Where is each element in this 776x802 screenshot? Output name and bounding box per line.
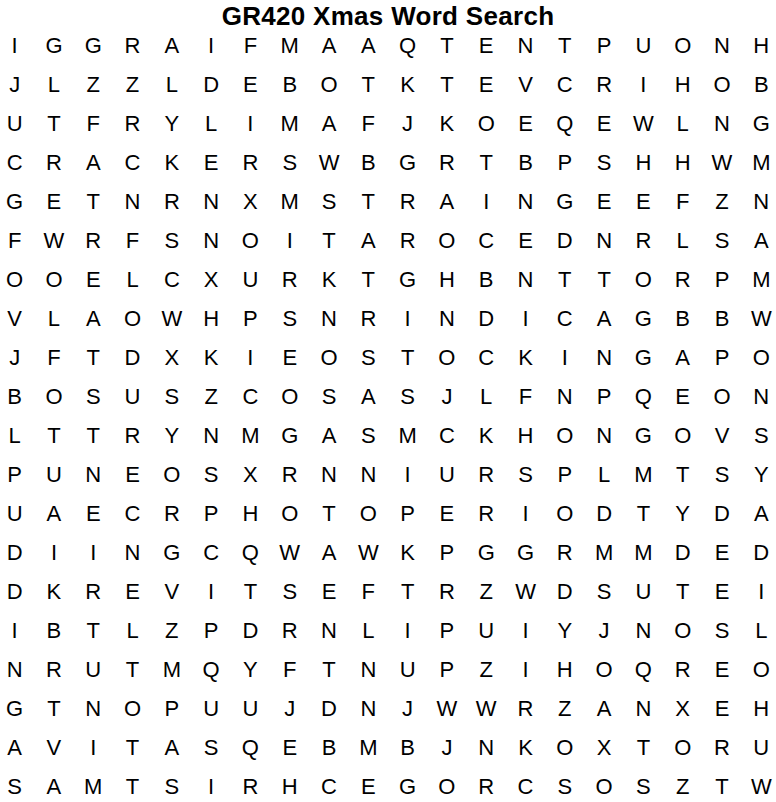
grid-cell[interactable]: O bbox=[270, 494, 309, 533]
grid-cell[interactable]: V bbox=[702, 416, 741, 455]
grid-cell[interactable]: P bbox=[584, 377, 623, 416]
grid-cell[interactable]: N bbox=[742, 377, 776, 416]
grid-cell[interactable]: E bbox=[270, 728, 309, 767]
grid-cell[interactable]: S bbox=[270, 572, 309, 611]
grid-cell[interactable]: A bbox=[742, 221, 776, 260]
grid-cell[interactable]: Y bbox=[152, 104, 191, 143]
grid-cell[interactable]: S bbox=[702, 455, 741, 494]
grid-cell[interactable]: A bbox=[74, 143, 113, 182]
grid-cell[interactable]: E bbox=[427, 494, 466, 533]
grid-cell[interactable]: N bbox=[191, 416, 230, 455]
grid-cell[interactable]: N bbox=[506, 260, 545, 299]
grid-cell[interactable]: K bbox=[309, 260, 348, 299]
grid-cell[interactable]: S bbox=[624, 767, 663, 802]
grid-cell[interactable]: A bbox=[349, 221, 388, 260]
grid-cell[interactable]: N bbox=[742, 182, 776, 221]
grid-cell[interactable]: U bbox=[231, 260, 270, 299]
grid-cell[interactable]: J bbox=[388, 104, 427, 143]
grid-cell[interactable]: A bbox=[584, 689, 623, 728]
grid-cell[interactable]: G bbox=[0, 689, 34, 728]
grid-cell[interactable]: I bbox=[0, 611, 34, 650]
grid-cell[interactable]: V bbox=[152, 572, 191, 611]
grid-cell[interactable]: S bbox=[152, 221, 191, 260]
grid-cell[interactable]: G bbox=[270, 416, 309, 455]
grid-cell[interactable]: J bbox=[427, 377, 466, 416]
grid-cell[interactable]: A bbox=[663, 338, 702, 377]
grid-cell[interactable]: C bbox=[231, 377, 270, 416]
grid-cell[interactable]: N bbox=[506, 26, 545, 65]
grid-cell[interactable]: P bbox=[152, 689, 191, 728]
grid-cell[interactable]: M bbox=[742, 260, 776, 299]
grid-cell[interactable]: R bbox=[663, 260, 702, 299]
grid-cell[interactable]: O bbox=[742, 650, 776, 689]
grid-cell[interactable]: I bbox=[506, 299, 545, 338]
grid-cell[interactable]: L bbox=[742, 611, 776, 650]
grid-cell[interactable]: R bbox=[663, 650, 702, 689]
grid-cell[interactable]: Q bbox=[624, 377, 663, 416]
grid-cell[interactable]: O bbox=[467, 104, 506, 143]
grid-cell[interactable]: R bbox=[427, 143, 466, 182]
grid-cell[interactable]: A bbox=[349, 26, 388, 65]
grid-cell[interactable]: U bbox=[742, 728, 776, 767]
grid-cell[interactable]: N bbox=[74, 689, 113, 728]
grid-cell[interactable]: E bbox=[584, 182, 623, 221]
grid-cell[interactable]: J bbox=[427, 728, 466, 767]
grid-cell[interactable]: R bbox=[427, 572, 466, 611]
grid-cell[interactable]: R bbox=[702, 728, 741, 767]
grid-cell[interactable]: N bbox=[309, 455, 348, 494]
grid-cell[interactable]: X bbox=[663, 689, 702, 728]
grid-cell[interactable]: B bbox=[742, 65, 776, 104]
grid-cell[interactable]: O bbox=[152, 455, 191, 494]
grid-cell[interactable]: D bbox=[0, 533, 34, 572]
grid-cell[interactable]: R bbox=[152, 494, 191, 533]
grid-cell[interactable]: T bbox=[467, 143, 506, 182]
grid-cell[interactable]: G bbox=[388, 260, 427, 299]
grid-cell[interactable]: E bbox=[231, 65, 270, 104]
grid-cell[interactable]: W bbox=[349, 533, 388, 572]
grid-cell[interactable]: J bbox=[270, 689, 309, 728]
grid-cell[interactable]: X bbox=[584, 728, 623, 767]
grid-cell[interactable]: U bbox=[113, 377, 152, 416]
grid-cell[interactable]: C bbox=[113, 494, 152, 533]
grid-cell[interactable]: N bbox=[427, 299, 466, 338]
grid-cell[interactable]: P bbox=[388, 494, 427, 533]
grid-cell[interactable]: T bbox=[663, 455, 702, 494]
grid-cell[interactable]: B bbox=[467, 260, 506, 299]
grid-cell[interactable]: P bbox=[545, 143, 584, 182]
grid-cell[interactable]: G bbox=[152, 533, 191, 572]
grid-cell[interactable]: Z bbox=[467, 650, 506, 689]
grid-cell[interactable]: U bbox=[0, 494, 34, 533]
grid-cell[interactable]: T bbox=[427, 26, 466, 65]
grid-cell[interactable]: W bbox=[742, 767, 776, 802]
grid-cell[interactable]: X bbox=[231, 455, 270, 494]
grid-cell[interactable]: S bbox=[702, 611, 741, 650]
grid-cell[interactable]: N bbox=[0, 650, 34, 689]
grid-cell[interactable]: O bbox=[584, 650, 623, 689]
grid-cell[interactable]: I bbox=[388, 455, 427, 494]
grid-cell[interactable]: O bbox=[663, 728, 702, 767]
grid-cell[interactable]: F bbox=[663, 182, 702, 221]
grid-cell[interactable]: W bbox=[34, 221, 73, 260]
grid-cell[interactable]: H bbox=[231, 494, 270, 533]
grid-cell[interactable]: N bbox=[191, 221, 230, 260]
grid-cell[interactable]: M bbox=[270, 104, 309, 143]
grid-cell[interactable]: G bbox=[624, 338, 663, 377]
grid-cell[interactable]: R bbox=[113, 416, 152, 455]
grid-cell[interactable]: R bbox=[113, 26, 152, 65]
grid-cell[interactable]: X bbox=[231, 182, 270, 221]
grid-cell[interactable]: S bbox=[388, 377, 427, 416]
grid-cell[interactable]: B bbox=[702, 299, 741, 338]
grid-cell[interactable]: T bbox=[349, 65, 388, 104]
grid-cell[interactable]: P bbox=[191, 494, 230, 533]
grid-cell[interactable]: D bbox=[584, 494, 623, 533]
grid-cell[interactable]: I bbox=[467, 182, 506, 221]
grid-cell[interactable]: E bbox=[113, 455, 152, 494]
grid-cell[interactable]: R bbox=[349, 299, 388, 338]
grid-cell[interactable]: P bbox=[584, 26, 623, 65]
grid-cell[interactable]: R bbox=[231, 143, 270, 182]
grid-cell[interactable]: E bbox=[74, 260, 113, 299]
grid-cell[interactable]: Q bbox=[231, 533, 270, 572]
grid-cell[interactable]: E bbox=[702, 572, 741, 611]
grid-cell[interactable]: B bbox=[309, 728, 348, 767]
grid-cell[interactable]: H bbox=[742, 26, 776, 65]
grid-cell[interactable]: S bbox=[702, 221, 741, 260]
grid-cell[interactable]: L bbox=[663, 104, 702, 143]
grid-cell[interactable]: T bbox=[702, 767, 741, 802]
grid-cell[interactable]: T bbox=[34, 689, 73, 728]
grid-cell[interactable]: C bbox=[545, 299, 584, 338]
grid-cell[interactable]: S bbox=[0, 767, 34, 802]
grid-cell[interactable]: A bbox=[0, 728, 34, 767]
grid-cell[interactable]: A bbox=[742, 494, 776, 533]
grid-cell[interactable]: T bbox=[624, 494, 663, 533]
grid-cell[interactable]: O bbox=[427, 221, 466, 260]
grid-cell[interactable]: P bbox=[0, 455, 34, 494]
grid-cell[interactable]: F bbox=[270, 650, 309, 689]
grid-cell[interactable]: Q bbox=[624, 650, 663, 689]
grid-cell[interactable]: T bbox=[74, 416, 113, 455]
grid-cell[interactable]: O bbox=[545, 728, 584, 767]
grid-cell[interactable]: U bbox=[34, 455, 73, 494]
grid-cell[interactable]: D bbox=[191, 65, 230, 104]
grid-cell[interactable]: O bbox=[663, 611, 702, 650]
grid-cell[interactable]: L bbox=[113, 611, 152, 650]
grid-cell[interactable]: F bbox=[506, 377, 545, 416]
grid-cell[interactable]: A bbox=[584, 299, 623, 338]
grid-cell[interactable]: S bbox=[74, 377, 113, 416]
grid-cell[interactable]: P bbox=[702, 260, 741, 299]
grid-cell[interactable]: T bbox=[309, 221, 348, 260]
grid-cell[interactable]: W bbox=[309, 143, 348, 182]
grid-cell[interactable]: S bbox=[309, 377, 348, 416]
grid-cell[interactable]: N bbox=[309, 611, 348, 650]
grid-cell[interactable]: B bbox=[388, 728, 427, 767]
grid-cell[interactable]: I bbox=[388, 299, 427, 338]
grid-cell[interactable]: G bbox=[34, 26, 73, 65]
grid-cell[interactable]: Z bbox=[74, 65, 113, 104]
grid-cell[interactable]: W bbox=[506, 572, 545, 611]
grid-cell[interactable]: I bbox=[191, 26, 230, 65]
grid-cell[interactable]: M bbox=[74, 767, 113, 802]
grid-cell[interactable]: F bbox=[0, 221, 34, 260]
grid-cell[interactable]: M bbox=[152, 650, 191, 689]
grid-cell[interactable]: F bbox=[34, 338, 73, 377]
grid-cell[interactable]: A bbox=[309, 533, 348, 572]
grid-cell[interactable]: C bbox=[309, 767, 348, 802]
grid-cell[interactable]: R bbox=[113, 104, 152, 143]
grid-cell[interactable]: E bbox=[349, 767, 388, 802]
grid-cell[interactable]: T bbox=[309, 494, 348, 533]
grid-cell[interactable]: B bbox=[270, 65, 309, 104]
grid-cell[interactable]: N bbox=[545, 377, 584, 416]
grid-cell[interactable]: J bbox=[0, 338, 34, 377]
grid-cell[interactable]: C bbox=[427, 416, 466, 455]
grid-cell[interactable]: I bbox=[231, 338, 270, 377]
grid-cell[interactable]: O bbox=[545, 416, 584, 455]
grid-cell[interactable]: T bbox=[74, 182, 113, 221]
grid-cell[interactable]: L bbox=[467, 377, 506, 416]
grid-cell[interactable]: S bbox=[349, 416, 388, 455]
grid-cell[interactable]: A bbox=[427, 182, 466, 221]
grid-cell[interactable]: B bbox=[0, 377, 34, 416]
grid-cell[interactable]: T bbox=[388, 572, 427, 611]
grid-cell[interactable]: T bbox=[231, 572, 270, 611]
grid-cell[interactable]: O bbox=[309, 338, 348, 377]
grid-cell[interactable]: D bbox=[545, 221, 584, 260]
grid-cell[interactable]: R bbox=[388, 221, 427, 260]
grid-cell[interactable]: O bbox=[742, 338, 776, 377]
grid-cell[interactable]: L bbox=[34, 299, 73, 338]
grid-cell[interactable]: X bbox=[152, 338, 191, 377]
grid-cell[interactable]: I bbox=[506, 494, 545, 533]
grid-cell[interactable]: M bbox=[624, 533, 663, 572]
grid-cell[interactable]: P bbox=[545, 455, 584, 494]
grid-cell[interactable]: I bbox=[191, 572, 230, 611]
grid-cell[interactable]: N bbox=[584, 338, 623, 377]
grid-cell[interactable]: F bbox=[349, 572, 388, 611]
grid-cell[interactable]: C bbox=[467, 221, 506, 260]
grid-cell[interactable]: Q bbox=[388, 26, 427, 65]
grid-cell[interactable]: Z bbox=[113, 65, 152, 104]
grid-cell[interactable]: H bbox=[270, 767, 309, 802]
grid-cell[interactable]: A bbox=[152, 26, 191, 65]
grid-cell[interactable]: C bbox=[191, 533, 230, 572]
grid-cell[interactable]: S bbox=[506, 455, 545, 494]
grid-cell[interactable]: C bbox=[467, 338, 506, 377]
grid-cell[interactable]: O bbox=[584, 767, 623, 802]
grid-cell[interactable]: E bbox=[584, 104, 623, 143]
grid-cell[interactable]: T bbox=[74, 338, 113, 377]
grid-cell[interactable]: J bbox=[388, 689, 427, 728]
grid-cell[interactable]: X bbox=[191, 260, 230, 299]
grid-cell[interactable]: Y bbox=[742, 455, 776, 494]
grid-cell[interactable]: S bbox=[309, 182, 348, 221]
grid-cell[interactable]: O bbox=[0, 260, 34, 299]
grid-cell[interactable]: S bbox=[191, 455, 230, 494]
grid-cell[interactable]: K bbox=[467, 416, 506, 455]
grid-cell[interactable]: H bbox=[191, 299, 230, 338]
grid-cell[interactable]: W bbox=[742, 299, 776, 338]
grid-cell[interactable]: K bbox=[506, 338, 545, 377]
grid-cell[interactable]: V bbox=[34, 728, 73, 767]
grid-cell[interactable]: E bbox=[506, 221, 545, 260]
grid-cell[interactable]: I bbox=[191, 767, 230, 802]
grid-cell[interactable]: V bbox=[506, 65, 545, 104]
grid-cell[interactable]: I bbox=[506, 611, 545, 650]
grid-cell[interactable]: T bbox=[663, 572, 702, 611]
grid-cell[interactable]: G bbox=[0, 182, 34, 221]
grid-cell[interactable]: P bbox=[427, 533, 466, 572]
grid-cell[interactable]: R bbox=[584, 65, 623, 104]
grid-cell[interactable]: D bbox=[113, 338, 152, 377]
grid-cell[interactable]: C bbox=[152, 260, 191, 299]
grid-cell[interactable]: A bbox=[309, 26, 348, 65]
grid-cell[interactable]: P bbox=[191, 611, 230, 650]
grid-cell[interactable]: Y bbox=[545, 611, 584, 650]
grid-cell[interactable]: K bbox=[34, 572, 73, 611]
grid-cell[interactable]: L bbox=[113, 260, 152, 299]
grid-cell[interactable]: U bbox=[624, 572, 663, 611]
grid-cell[interactable]: F bbox=[74, 104, 113, 143]
grid-cell[interactable]: G bbox=[545, 182, 584, 221]
grid-cell[interactable]: E bbox=[191, 143, 230, 182]
grid-cell[interactable]: T bbox=[545, 26, 584, 65]
grid-cell[interactable]: A bbox=[349, 377, 388, 416]
grid-cell[interactable]: O bbox=[34, 377, 73, 416]
grid-cell[interactable]: U bbox=[0, 104, 34, 143]
grid-cell[interactable]: W bbox=[702, 143, 741, 182]
grid-cell[interactable]: B bbox=[663, 299, 702, 338]
grid-cell[interactable]: B bbox=[506, 143, 545, 182]
grid-cell[interactable]: T bbox=[624, 728, 663, 767]
grid-cell[interactable]: R bbox=[270, 611, 309, 650]
grid-cell[interactable]: D bbox=[309, 689, 348, 728]
grid-cell[interactable]: M bbox=[584, 533, 623, 572]
grid-cell[interactable]: O bbox=[545, 494, 584, 533]
grid-cell[interactable]: G bbox=[624, 416, 663, 455]
grid-cell[interactable]: R bbox=[34, 650, 73, 689]
grid-cell[interactable]: L bbox=[152, 65, 191, 104]
grid-cell[interactable]: G bbox=[74, 26, 113, 65]
grid-cell[interactable]: O bbox=[113, 299, 152, 338]
grid-cell[interactable]: T bbox=[349, 182, 388, 221]
grid-cell[interactable]: E bbox=[663, 377, 702, 416]
grid-cell[interactable]: A bbox=[74, 299, 113, 338]
grid-cell[interactable]: N bbox=[191, 182, 230, 221]
grid-cell[interactable]: Z bbox=[545, 689, 584, 728]
grid-cell[interactable]: T bbox=[34, 104, 73, 143]
grid-cell[interactable]: U bbox=[624, 26, 663, 65]
grid-cell[interactable]: N bbox=[74, 455, 113, 494]
grid-cell[interactable]: T bbox=[309, 650, 348, 689]
grid-cell[interactable]: B bbox=[349, 143, 388, 182]
grid-cell[interactable]: R bbox=[467, 494, 506, 533]
grid-cell[interactable]: S bbox=[349, 338, 388, 377]
grid-cell[interactable]: R bbox=[270, 260, 309, 299]
grid-cell[interactable]: W bbox=[467, 689, 506, 728]
grid-cell[interactable]: F bbox=[231, 26, 270, 65]
grid-cell[interactable]: K bbox=[152, 143, 191, 182]
grid-cell[interactable]: I bbox=[545, 338, 584, 377]
grid-cell[interactable]: T bbox=[388, 338, 427, 377]
grid-cell[interactable]: O bbox=[663, 26, 702, 65]
grid-cell[interactable]: G bbox=[388, 767, 427, 802]
grid-cell[interactable]: W bbox=[427, 689, 466, 728]
grid-cell[interactable]: V bbox=[0, 299, 34, 338]
grid-cell[interactable]: H bbox=[427, 260, 466, 299]
grid-cell[interactable]: I bbox=[231, 104, 270, 143]
grid-cell[interactable]: R bbox=[467, 767, 506, 802]
grid-cell[interactable]: Q bbox=[545, 104, 584, 143]
grid-cell[interactable]: S bbox=[584, 572, 623, 611]
grid-cell[interactable]: N bbox=[309, 299, 348, 338]
grid-cell[interactable]: S bbox=[152, 767, 191, 802]
grid-cell[interactable]: R bbox=[74, 221, 113, 260]
grid-cell[interactable]: U bbox=[427, 455, 466, 494]
grid-cell[interactable]: C bbox=[506, 767, 545, 802]
grid-cell[interactable]: M bbox=[388, 416, 427, 455]
grid-cell[interactable]: I bbox=[506, 650, 545, 689]
grid-cell[interactable]: E bbox=[467, 65, 506, 104]
grid-cell[interactable]: T bbox=[349, 260, 388, 299]
grid-cell[interactable]: G bbox=[506, 533, 545, 572]
grid-cell[interactable]: O bbox=[702, 65, 741, 104]
grid-cell[interactable]: N bbox=[113, 533, 152, 572]
grid-cell[interactable]: T bbox=[34, 416, 73, 455]
grid-cell[interactable]: R bbox=[467, 455, 506, 494]
grid-cell[interactable]: J bbox=[584, 611, 623, 650]
grid-cell[interactable]: D bbox=[545, 572, 584, 611]
grid-cell[interactable]: O bbox=[624, 260, 663, 299]
grid-cell[interactable]: P bbox=[427, 611, 466, 650]
grid-cell[interactable]: E bbox=[113, 572, 152, 611]
grid-cell[interactable]: N bbox=[349, 689, 388, 728]
grid-cell[interactable]: Z bbox=[467, 572, 506, 611]
grid-cell[interactable]: N bbox=[584, 221, 623, 260]
grid-cell[interactable]: T bbox=[545, 260, 584, 299]
grid-cell[interactable]: N bbox=[702, 104, 741, 143]
grid-cell[interactable]: S bbox=[545, 767, 584, 802]
grid-cell[interactable]: T bbox=[584, 260, 623, 299]
grid-cell[interactable]: U bbox=[467, 611, 506, 650]
grid-cell[interactable]: Y bbox=[663, 494, 702, 533]
grid-cell[interactable]: A bbox=[34, 767, 73, 802]
grid-cell[interactable]: N bbox=[624, 611, 663, 650]
grid-cell[interactable]: G bbox=[742, 104, 776, 143]
grid-cell[interactable]: R bbox=[545, 533, 584, 572]
grid-cell[interactable]: T bbox=[113, 767, 152, 802]
grid-cell[interactable]: F bbox=[349, 104, 388, 143]
grid-cell[interactable]: D bbox=[231, 611, 270, 650]
grid-cell[interactable]: Q bbox=[231, 728, 270, 767]
grid-cell[interactable]: O bbox=[427, 767, 466, 802]
grid-cell[interactable]: D bbox=[0, 572, 34, 611]
grid-cell[interactable]: Z bbox=[191, 377, 230, 416]
grid-cell[interactable]: M bbox=[231, 416, 270, 455]
grid-cell[interactable]: L bbox=[663, 221, 702, 260]
grid-cell[interactable]: N bbox=[113, 182, 152, 221]
grid-cell[interactable]: M bbox=[742, 143, 776, 182]
grid-cell[interactable]: E bbox=[702, 533, 741, 572]
grid-cell[interactable]: I bbox=[34, 533, 73, 572]
grid-cell[interactable]: E bbox=[309, 572, 348, 611]
grid-cell[interactable]: A bbox=[309, 104, 348, 143]
grid-cell[interactable]: Z bbox=[702, 182, 741, 221]
